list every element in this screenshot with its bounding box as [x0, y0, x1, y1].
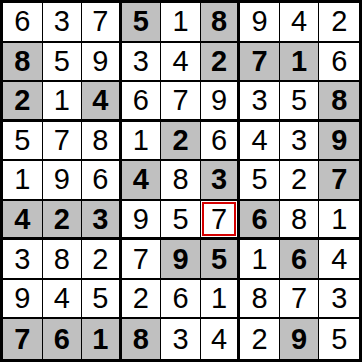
- cell-r9c1[interactable]: 7: [3, 319, 43, 359]
- cell-r2c6[interactable]: 2: [201, 43, 241, 83]
- cell-r8c7[interactable]: 8: [240, 280, 280, 320]
- cell-r7c8[interactable]: 6: [280, 240, 320, 280]
- cell-r1c5[interactable]: 1: [161, 3, 201, 43]
- cell-r8c5[interactable]: 6: [161, 280, 201, 320]
- cell-r1c8[interactable]: 4: [280, 3, 320, 43]
- cell-r5c6[interactable]: 3: [201, 161, 241, 201]
- cell-r1c7[interactable]: 9: [240, 3, 280, 43]
- cell-r1c2[interactable]: 3: [43, 3, 83, 43]
- cell-r5c7[interactable]: 5: [240, 161, 280, 201]
- cell-r5c8[interactable]: 2: [280, 161, 320, 201]
- cell-r1c1[interactable]: 6: [3, 3, 43, 43]
- cell-r4c2[interactable]: 7: [43, 122, 83, 162]
- cell-r7c9[interactable]: 4: [319, 240, 359, 280]
- cell-r9c8[interactable]: 9: [280, 319, 320, 359]
- cell-r8c6[interactable]: 1: [201, 280, 241, 320]
- cell-r5c9[interactable]: 7: [319, 161, 359, 201]
- cell-r9c4[interactable]: 8: [122, 319, 162, 359]
- cell-r4c8[interactable]: 3: [280, 122, 320, 162]
- cell-r7c7[interactable]: 1: [240, 240, 280, 280]
- cell-r6c2[interactable]: 2: [43, 201, 83, 241]
- cell-r5c5[interactable]: 8: [161, 161, 201, 201]
- cell-r4c6[interactable]: 6: [201, 122, 241, 162]
- cell-r3c5[interactable]: 7: [161, 82, 201, 122]
- cell-r6c4[interactable]: 9: [122, 201, 162, 241]
- cell-r5c3[interactable]: 6: [82, 161, 122, 201]
- cell-r2c7[interactable]: 7: [240, 43, 280, 83]
- cell-r3c8[interactable]: 5: [280, 82, 320, 122]
- cell-r2c2[interactable]: 5: [43, 43, 83, 83]
- cell-r8c2[interactable]: 4: [43, 280, 83, 320]
- cell-r6c5[interactable]: 5: [161, 201, 201, 241]
- cell-r2c1[interactable]: 8: [3, 43, 43, 83]
- cell-r8c3[interactable]: 5: [82, 280, 122, 320]
- cell-r3c7[interactable]: 3: [240, 82, 280, 122]
- cell-r9c6[interactable]: 4: [201, 319, 241, 359]
- cell-r2c5[interactable]: 4: [161, 43, 201, 83]
- cell-r1c6[interactable]: 8: [201, 3, 241, 43]
- cell-r7c1[interactable]: 3: [3, 240, 43, 280]
- cell-r5c1[interactable]: 1: [3, 161, 43, 201]
- cell-r2c8[interactable]: 1: [280, 43, 320, 83]
- cell-r8c9[interactable]: 3: [319, 280, 359, 320]
- cell-r6c8[interactable]: 8: [280, 201, 320, 241]
- cell-r4c5[interactable]: 2: [161, 122, 201, 162]
- cell-r2c9[interactable]: 6: [319, 43, 359, 83]
- cell-r6c6[interactable]: 7: [201, 201, 241, 241]
- cell-r4c7[interactable]: 4: [240, 122, 280, 162]
- cell-r4c3[interactable]: 8: [82, 122, 122, 162]
- cell-r3c4[interactable]: 6: [122, 82, 162, 122]
- cell-r1c9[interactable]: 2: [319, 3, 359, 43]
- sudoku-board: 6375189428593427162146793585781264391964…: [0, 0, 362, 362]
- cell-r8c1[interactable]: 9: [3, 280, 43, 320]
- cell-r9c3[interactable]: 1: [82, 319, 122, 359]
- cell-r4c1[interactable]: 5: [3, 122, 43, 162]
- cell-r3c9[interactable]: 8: [319, 82, 359, 122]
- cell-r7c6[interactable]: 5: [201, 240, 241, 280]
- cell-r6c9[interactable]: 1: [319, 201, 359, 241]
- cell-r8c8[interactable]: 7: [280, 280, 320, 320]
- cell-r3c3[interactable]: 4: [82, 82, 122, 122]
- cell-r1c3[interactable]: 7: [82, 3, 122, 43]
- cell-r9c7[interactable]: 2: [240, 319, 280, 359]
- cell-r5c4[interactable]: 4: [122, 161, 162, 201]
- cell-r3c6[interactable]: 9: [201, 82, 241, 122]
- cell-r7c5[interactable]: 9: [161, 240, 201, 280]
- cell-r5c2[interactable]: 9: [43, 161, 83, 201]
- cell-r7c3[interactable]: 2: [82, 240, 122, 280]
- cell-r6c3[interactable]: 3: [82, 201, 122, 241]
- cell-r3c1[interactable]: 2: [3, 82, 43, 122]
- cell-r7c2[interactable]: 8: [43, 240, 83, 280]
- cell-r2c3[interactable]: 9: [82, 43, 122, 83]
- cell-r9c9[interactable]: 5: [319, 319, 359, 359]
- cell-r9c5[interactable]: 3: [161, 319, 201, 359]
- cell-r1c4[interactable]: 5: [122, 3, 162, 43]
- cell-r3c2[interactable]: 1: [43, 82, 83, 122]
- cell-r9c2[interactable]: 6: [43, 319, 83, 359]
- cell-r4c4[interactable]: 1: [122, 122, 162, 162]
- cell-r8c4[interactable]: 2: [122, 280, 162, 320]
- cell-r7c4[interactable]: 7: [122, 240, 162, 280]
- cell-r2c4[interactable]: 3: [122, 43, 162, 83]
- cell-r6c1[interactable]: 4: [3, 201, 43, 241]
- cell-r6c7[interactable]: 6: [240, 201, 280, 241]
- cell-r4c9[interactable]: 9: [319, 122, 359, 162]
